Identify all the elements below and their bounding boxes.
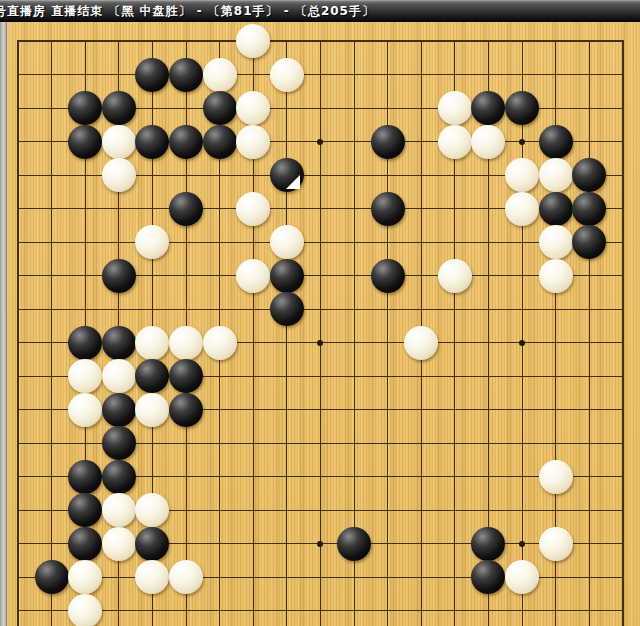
white-stone bbox=[236, 259, 270, 293]
grid-line bbox=[17, 610, 624, 611]
black-stone bbox=[169, 393, 203, 427]
white-stone bbox=[68, 393, 102, 427]
white-stone bbox=[438, 91, 472, 125]
black-stone bbox=[102, 91, 136, 125]
grid-line bbox=[622, 40, 624, 626]
white-stone bbox=[68, 560, 102, 594]
black-stone bbox=[102, 426, 136, 460]
window-title-text: 号直播房 直播结束 〔黑 中盘胜〕 - 〔第81手〕 - 〔总205手〕 bbox=[0, 3, 375, 20]
black-stone bbox=[471, 527, 505, 561]
white-stone bbox=[68, 594, 102, 626]
grid-line bbox=[286, 40, 287, 626]
black-stone bbox=[68, 527, 102, 561]
white-stone bbox=[505, 560, 539, 594]
go-board[interactable] bbox=[0, 0, 640, 626]
black-stone bbox=[68, 493, 102, 527]
white-stone bbox=[539, 158, 573, 192]
black-stone bbox=[135, 125, 169, 159]
black-stone bbox=[169, 125, 203, 159]
black-stone bbox=[135, 527, 169, 561]
black-stone bbox=[169, 359, 203, 393]
white-stone bbox=[135, 326, 169, 360]
black-stone bbox=[572, 192, 606, 226]
white-stone bbox=[68, 359, 102, 393]
black-stone bbox=[102, 259, 136, 293]
grid-line bbox=[320, 40, 321, 626]
last-move-marker-icon bbox=[286, 175, 300, 189]
black-stone bbox=[169, 192, 203, 226]
black-stone bbox=[169, 58, 203, 92]
grid-line bbox=[522, 40, 523, 626]
black-stone bbox=[505, 91, 539, 125]
window-title-bar: 号直播房 直播结束 〔黑 中盘胜〕 - 〔第81手〕 - 〔总205手〕 bbox=[0, 0, 640, 22]
white-stone bbox=[203, 58, 237, 92]
black-stone bbox=[68, 460, 102, 494]
black-stone bbox=[539, 125, 573, 159]
black-stone bbox=[270, 158, 304, 192]
black-stone bbox=[371, 192, 405, 226]
black-stone bbox=[35, 560, 69, 594]
white-stone bbox=[236, 91, 270, 125]
star-point bbox=[317, 139, 323, 145]
black-stone bbox=[203, 125, 237, 159]
white-stone bbox=[135, 393, 169, 427]
white-stone bbox=[236, 24, 270, 58]
white-stone bbox=[505, 158, 539, 192]
black-stone bbox=[371, 125, 405, 159]
black-stone bbox=[539, 192, 573, 226]
white-stone bbox=[270, 225, 304, 259]
white-stone bbox=[539, 259, 573, 293]
white-stone bbox=[102, 158, 136, 192]
black-stone bbox=[135, 58, 169, 92]
white-stone bbox=[270, 58, 304, 92]
black-stone bbox=[337, 527, 371, 561]
white-stone bbox=[203, 326, 237, 360]
white-stone bbox=[438, 259, 472, 293]
star-point bbox=[519, 541, 525, 547]
black-stone bbox=[572, 225, 606, 259]
black-stone bbox=[203, 91, 237, 125]
black-stone bbox=[270, 259, 304, 293]
white-stone bbox=[539, 527, 573, 561]
white-stone bbox=[169, 560, 203, 594]
black-stone bbox=[102, 393, 136, 427]
window-left-edge bbox=[0, 21, 7, 626]
white-stone bbox=[102, 125, 136, 159]
black-stone bbox=[270, 292, 304, 326]
white-stone bbox=[169, 326, 203, 360]
white-stone bbox=[438, 125, 472, 159]
black-stone bbox=[68, 326, 102, 360]
black-stone bbox=[572, 158, 606, 192]
star-point bbox=[317, 541, 323, 547]
white-stone bbox=[505, 192, 539, 226]
black-stone bbox=[102, 460, 136, 494]
black-stone bbox=[68, 91, 102, 125]
black-stone bbox=[68, 125, 102, 159]
white-stone bbox=[404, 326, 438, 360]
white-stone bbox=[471, 125, 505, 159]
white-stone bbox=[102, 493, 136, 527]
grid-line bbox=[17, 40, 19, 626]
white-stone bbox=[539, 460, 573, 494]
white-stone bbox=[102, 359, 136, 393]
white-stone bbox=[102, 527, 136, 561]
star-point bbox=[317, 340, 323, 346]
white-stone bbox=[236, 125, 270, 159]
black-stone bbox=[102, 326, 136, 360]
grid-line bbox=[589, 40, 590, 626]
black-stone bbox=[371, 259, 405, 293]
star-point bbox=[519, 340, 525, 346]
star-point bbox=[519, 139, 525, 145]
grid-line bbox=[51, 40, 52, 626]
white-stone bbox=[539, 225, 573, 259]
white-stone bbox=[236, 192, 270, 226]
